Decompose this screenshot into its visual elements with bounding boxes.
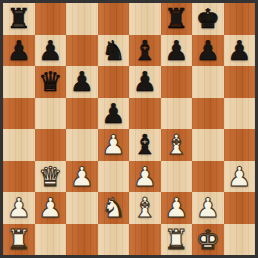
piece-white-rook[interactable]: ♜ [164, 226, 188, 253]
square-f6[interactable] [161, 66, 193, 98]
piece-white-queen[interactable]: ♛ [38, 163, 62, 190]
square-g6[interactable] [192, 66, 224, 98]
piece-white-bishop[interactable]: ♝ [164, 131, 188, 158]
piece-white-pawn[interactable]: ♟ [38, 194, 62, 221]
square-e3[interactable]: ♟ [129, 161, 161, 193]
square-e8[interactable] [129, 3, 161, 35]
square-e6[interactable]: ♟ [129, 66, 161, 98]
piece-black-pawn[interactable]: ♟ [38, 37, 62, 64]
chess-board-frame: ♜♜♚♟♟♞♝♟♟♟♛♟♟♟♟♝♝♛♟♟♟♟♟♞♝♟♟♜♜♚ [0, 0, 258, 258]
piece-white-pawn[interactable]: ♟ [133, 163, 157, 190]
piece-black-pawn[interactable]: ♟ [70, 68, 94, 95]
square-g3[interactable] [192, 161, 224, 193]
piece-black-queen[interactable]: ♛ [38, 68, 62, 95]
piece-black-knight[interactable]: ♞ [101, 37, 125, 64]
square-d7[interactable]: ♞ [98, 35, 130, 67]
square-d5[interactable]: ♟ [98, 98, 130, 130]
square-b5[interactable] [35, 98, 67, 130]
square-a3[interactable] [3, 161, 35, 193]
square-c8[interactable] [66, 3, 98, 35]
square-f5[interactable] [161, 98, 193, 130]
square-b2[interactable]: ♟ [35, 192, 67, 224]
square-g1[interactable]: ♚ [192, 224, 224, 256]
square-h4[interactable] [224, 129, 256, 161]
square-f1[interactable]: ♜ [161, 224, 193, 256]
square-b6[interactable]: ♛ [35, 66, 67, 98]
square-e2[interactable]: ♝ [129, 192, 161, 224]
square-d2[interactable]: ♞ [98, 192, 130, 224]
piece-black-bishop[interactable]: ♝ [133, 37, 157, 64]
square-c5[interactable] [66, 98, 98, 130]
square-a1[interactable]: ♜ [3, 224, 35, 256]
square-d1[interactable] [98, 224, 130, 256]
piece-black-pawn[interactable]: ♟ [196, 37, 220, 64]
piece-black-pawn[interactable]: ♟ [227, 37, 251, 64]
piece-white-pawn[interactable]: ♟ [101, 131, 125, 158]
piece-white-pawn[interactable]: ♟ [196, 194, 220, 221]
piece-black-pawn[interactable]: ♟ [101, 100, 125, 127]
square-d3[interactable] [98, 161, 130, 193]
piece-white-pawn[interactable]: ♟ [227, 163, 251, 190]
piece-white-pawn[interactable]: ♟ [70, 163, 94, 190]
piece-white-pawn[interactable]: ♟ [164, 194, 188, 221]
square-c2[interactable] [66, 192, 98, 224]
piece-white-pawn[interactable]: ♟ [7, 194, 31, 221]
square-d6[interactable] [98, 66, 130, 98]
square-g7[interactable]: ♟ [192, 35, 224, 67]
piece-black-king[interactable]: ♚ [196, 5, 220, 32]
square-a4[interactable] [3, 129, 35, 161]
square-g8[interactable]: ♚ [192, 3, 224, 35]
square-f8[interactable]: ♜ [161, 3, 193, 35]
square-b3[interactable]: ♛ [35, 161, 67, 193]
square-b7[interactable]: ♟ [35, 35, 67, 67]
piece-black-bishop[interactable]: ♝ [133, 131, 157, 158]
square-c4[interactable] [66, 129, 98, 161]
square-d4[interactable]: ♟ [98, 129, 130, 161]
square-h8[interactable] [224, 3, 256, 35]
square-e7[interactable]: ♝ [129, 35, 161, 67]
square-a8[interactable]: ♜ [3, 3, 35, 35]
square-a7[interactable]: ♟ [3, 35, 35, 67]
square-b8[interactable] [35, 3, 67, 35]
square-e1[interactable] [129, 224, 161, 256]
square-d8[interactable] [98, 3, 130, 35]
square-b1[interactable] [35, 224, 67, 256]
square-g5[interactable] [192, 98, 224, 130]
square-h5[interactable] [224, 98, 256, 130]
piece-black-pawn[interactable]: ♟ [133, 68, 157, 95]
piece-black-rook[interactable]: ♜ [164, 5, 188, 32]
square-a2[interactable]: ♟ [3, 192, 35, 224]
piece-black-rook[interactable]: ♜ [7, 5, 31, 32]
piece-white-king[interactable]: ♚ [196, 226, 220, 253]
square-a6[interactable] [3, 66, 35, 98]
square-e4[interactable]: ♝ [129, 129, 161, 161]
square-h7[interactable]: ♟ [224, 35, 256, 67]
square-h6[interactable] [224, 66, 256, 98]
square-g2[interactable]: ♟ [192, 192, 224, 224]
square-e5[interactable] [129, 98, 161, 130]
square-f3[interactable] [161, 161, 193, 193]
square-h3[interactable]: ♟ [224, 161, 256, 193]
chess-board: ♜♜♚♟♟♞♝♟♟♟♛♟♟♟♟♝♝♛♟♟♟♟♟♞♝♟♟♜♜♚ [3, 3, 255, 255]
square-g4[interactable] [192, 129, 224, 161]
square-c3[interactable]: ♟ [66, 161, 98, 193]
piece-white-rook[interactable]: ♜ [7, 226, 31, 253]
square-b4[interactable] [35, 129, 67, 161]
square-f7[interactable]: ♟ [161, 35, 193, 67]
square-f2[interactable]: ♟ [161, 192, 193, 224]
piece-black-pawn[interactable]: ♟ [7, 37, 31, 64]
piece-black-pawn[interactable]: ♟ [164, 37, 188, 64]
square-c7[interactable] [66, 35, 98, 67]
piece-white-knight[interactable]: ♞ [101, 194, 125, 221]
square-a5[interactable] [3, 98, 35, 130]
square-h2[interactable] [224, 192, 256, 224]
piece-white-bishop[interactable]: ♝ [133, 194, 157, 221]
square-h1[interactable] [224, 224, 256, 256]
square-c6[interactable]: ♟ [66, 66, 98, 98]
square-c1[interactable] [66, 224, 98, 256]
square-f4[interactable]: ♝ [161, 129, 193, 161]
